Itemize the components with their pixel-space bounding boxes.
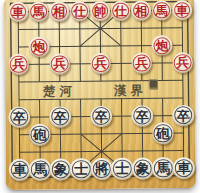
piece-black-soldier[interactable]: 卒 (131, 105, 152, 126)
piece-black-horse[interactable]: 馬 (152, 157, 174, 179)
piece-glyph: 車 (12, 6, 24, 18)
piece-black-general[interactable]: 將 (91, 158, 113, 180)
piece-glyph: 卒 (177, 109, 190, 122)
xiangqi-board[interactable]: 楚河 漢界 車馬相仕帥仕相馬車炮炮兵兵兵兵兵卒卒卒卒卒砲砲車馬象士將士象馬車 (4, 0, 196, 190)
piece-red-soldier[interactable]: 兵 (131, 53, 152, 74)
piece-glyph: 馬 (33, 163, 47, 177)
piece-glyph: 象 (136, 162, 150, 176)
piece-red-horse[interactable]: 馬 (152, 0, 172, 20)
piece-red-advisor[interactable]: 仕 (111, 1, 131, 21)
piece-glyph: 卒 (13, 111, 26, 124)
piece-red-chariot[interactable]: 車 (172, 0, 192, 20)
piece-glyph: 卒 (95, 110, 108, 123)
piece-glyph: 馬 (155, 5, 167, 17)
piece-black-cannon[interactable]: 砲 (29, 124, 51, 146)
piece-glyph: 兵 (12, 59, 25, 72)
piece-glyph: 將 (95, 163, 109, 177)
piece-glyph: 炮 (33, 41, 46, 54)
piece-glyph: 仕 (73, 6, 85, 18)
piece-black-elephant[interactable]: 象 (132, 157, 154, 179)
piece-black-chariot[interactable]: 車 (173, 157, 195, 179)
piece-glyph: 兵 (176, 57, 189, 70)
pieces-layer: 車馬相仕帥仕相馬車炮炮兵兵兵兵兵卒卒卒卒卒砲砲車馬象士將士象馬車 (4, 0, 196, 190)
piece-black-cannon[interactable]: 砲 (152, 122, 174, 144)
piece-glyph: 車 (177, 162, 191, 176)
photo-background: 楚河 漢界 車馬相仕帥仕相馬車炮炮兵兵兵兵兵卒卒卒卒卒砲砲車馬象士將士象馬車 (0, 0, 200, 193)
piece-red-advisor[interactable]: 仕 (70, 1, 90, 21)
piece-red-elephant[interactable]: 相 (131, 1, 151, 21)
piece-glyph: 仕 (114, 5, 126, 17)
piece-red-soldier[interactable]: 兵 (8, 54, 29, 75)
piece-red-cannon[interactable]: 炮 (29, 37, 49, 57)
piece-glyph: 砲 (33, 128, 47, 142)
piece-glyph: 車 (176, 4, 188, 16)
piece-black-soldier[interactable]: 卒 (8, 106, 29, 127)
piece-black-chariot[interactable]: 車 (9, 159, 31, 181)
piece-black-advisor[interactable]: 士 (111, 158, 133, 180)
piece-black-elephant[interactable]: 象 (50, 158, 72, 180)
piece-red-general[interactable]: 帥 (90, 1, 110, 21)
piece-glyph: 卒 (54, 111, 67, 124)
piece-glyph: 帥 (94, 5, 106, 17)
piece-red-chariot[interactable]: 車 (8, 2, 28, 22)
piece-black-soldier[interactable]: 卒 (49, 106, 70, 127)
piece-black-advisor[interactable]: 士 (70, 158, 92, 180)
piece-glyph: 馬 (32, 6, 44, 18)
piece-red-soldier[interactable]: 兵 (90, 53, 111, 74)
piece-glyph: 車 (13, 163, 27, 177)
piece-black-horse[interactable]: 馬 (29, 158, 51, 180)
piece-glyph: 士 (115, 162, 129, 176)
piece-red-cannon[interactable]: 炮 (152, 35, 172, 55)
piece-glyph: 兵 (135, 57, 148, 70)
piece-red-soldier[interactable]: 兵 (49, 54, 70, 75)
piece-glyph: 象 (54, 163, 68, 177)
piece-red-soldier[interactable]: 兵 (172, 52, 193, 73)
piece-glyph: 相 (53, 6, 65, 18)
piece-red-horse[interactable]: 馬 (29, 2, 49, 22)
piece-glyph: 砲 (156, 127, 170, 141)
piece-glyph: 炮 (156, 40, 169, 53)
piece-glyph: 兵 (53, 58, 66, 71)
piece-glyph: 馬 (156, 162, 170, 176)
piece-glyph: 兵 (94, 58, 107, 71)
piece-glyph: 卒 (136, 110, 149, 123)
piece-black-soldier[interactable]: 卒 (172, 105, 193, 126)
piece-glyph: 士 (74, 163, 88, 177)
piece-glyph: 相 (135, 5, 147, 17)
piece-red-elephant[interactable]: 相 (49, 2, 69, 22)
piece-black-soldier[interactable]: 卒 (90, 106, 111, 127)
